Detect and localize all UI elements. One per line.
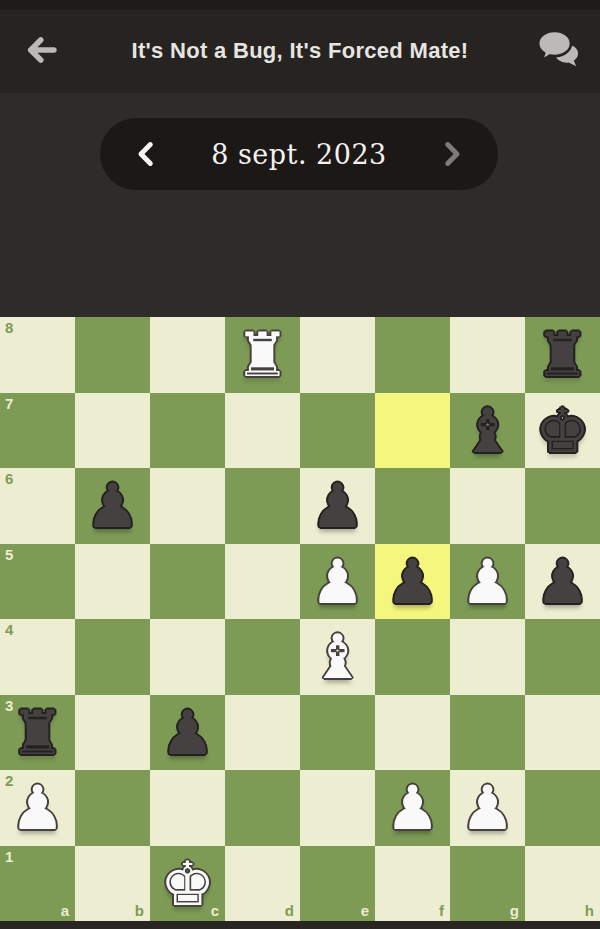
- square-c6[interactable]: [150, 468, 225, 544]
- piece-white-pawn-e5[interactable]: ♟: [300, 544, 375, 620]
- square-g5[interactable]: ♟: [450, 544, 525, 620]
- square-c3[interactable]: ♟: [150, 695, 225, 771]
- piece-white-rook-d8[interactable]: ♜: [225, 317, 300, 393]
- square-f6[interactable]: [375, 468, 450, 544]
- chevron-left-icon: [134, 141, 158, 167]
- square-e6[interactable]: ♟: [300, 468, 375, 544]
- square-h8[interactable]: ♜: [525, 317, 600, 393]
- square-c8[interactable]: [150, 317, 225, 393]
- back-button[interactable]: [16, 26, 64, 74]
- square-g4[interactable]: [450, 619, 525, 695]
- square-f1[interactable]: f: [375, 846, 450, 922]
- square-h1[interactable]: h: [525, 846, 600, 922]
- rank-label-1: 1: [5, 849, 13, 864]
- square-h6[interactable]: [525, 468, 600, 544]
- piece-black-bishop-g7[interactable]: ♝: [450, 393, 525, 469]
- rank-label-7: 7: [5, 396, 13, 411]
- square-g8[interactable]: [450, 317, 525, 393]
- square-b4[interactable]: [75, 619, 150, 695]
- rank-label-6: 6: [5, 471, 13, 486]
- page-title: It's Not a Bug, It's Forced Mate!: [132, 38, 469, 64]
- file-label-g: g: [510, 903, 519, 918]
- square-g2[interactable]: ♟: [450, 770, 525, 846]
- chevron-right-icon: [440, 141, 464, 167]
- square-e7[interactable]: [300, 393, 375, 469]
- back-arrow-icon: [21, 33, 59, 67]
- square-e5[interactable]: ♟: [300, 544, 375, 620]
- square-c4[interactable]: [150, 619, 225, 695]
- chess-board: 8♜♜7♝♚6♟♟5♟♟♟♟4♝3♜♟2♟♟♟1abc♚defgh: [0, 317, 600, 921]
- square-e1[interactable]: e: [300, 846, 375, 922]
- square-b8[interactable]: [75, 317, 150, 393]
- square-e2[interactable]: [300, 770, 375, 846]
- square-h3[interactable]: [525, 695, 600, 771]
- square-c7[interactable]: [150, 393, 225, 469]
- square-h2[interactable]: [525, 770, 600, 846]
- square-e3[interactable]: [300, 695, 375, 771]
- square-f5[interactable]: ♟: [375, 544, 450, 620]
- square-c1[interactable]: c♚: [150, 846, 225, 922]
- piece-black-pawn-e6[interactable]: ♟: [300, 468, 375, 544]
- square-b2[interactable]: [75, 770, 150, 846]
- square-b3[interactable]: [75, 695, 150, 771]
- square-a7[interactable]: 7: [0, 393, 75, 469]
- piece-black-pawn-f5[interactable]: ♟: [375, 544, 450, 620]
- square-f4[interactable]: [375, 619, 450, 695]
- file-label-b: b: [135, 903, 144, 918]
- square-h7[interactable]: ♚: [525, 393, 600, 469]
- piece-white-bishop-e4[interactable]: ♝: [300, 619, 375, 695]
- piece-white-king-c1[interactable]: ♚: [150, 846, 225, 922]
- square-h4[interactable]: [525, 619, 600, 695]
- square-a8[interactable]: 8: [0, 317, 75, 393]
- square-d1[interactable]: d: [225, 846, 300, 922]
- square-h5[interactable]: ♟: [525, 544, 600, 620]
- rank-label-4: 4: [5, 622, 13, 637]
- square-c2[interactable]: [150, 770, 225, 846]
- square-f8[interactable]: [375, 317, 450, 393]
- square-b6[interactable]: ♟: [75, 468, 150, 544]
- piece-white-pawn-a2[interactable]: ♟: [0, 770, 75, 846]
- square-b1[interactable]: b: [75, 846, 150, 922]
- square-d2[interactable]: [225, 770, 300, 846]
- piece-black-rook-a3[interactable]: ♜: [0, 695, 75, 771]
- piece-black-pawn-h5[interactable]: ♟: [525, 544, 600, 620]
- square-a1[interactable]: 1a: [0, 846, 75, 922]
- square-e4[interactable]: ♝: [300, 619, 375, 695]
- square-d5[interactable]: [225, 544, 300, 620]
- piece-black-rook-h8[interactable]: ♜: [525, 317, 600, 393]
- square-f2[interactable]: ♟: [375, 770, 450, 846]
- date-navigator: 8 sept. 2023: [100, 118, 498, 190]
- square-g3[interactable]: [450, 695, 525, 771]
- square-d3[interactable]: [225, 695, 300, 771]
- file-label-e: e: [361, 903, 369, 918]
- bottom-strip: [0, 921, 600, 929]
- piece-black-pawn-c3[interactable]: ♟: [150, 695, 225, 771]
- rank-label-5: 5: [5, 547, 13, 562]
- header-bar: It's Not a Bug, It's Forced Mate!: [0, 0, 600, 93]
- file-label-h: h: [585, 903, 594, 918]
- square-d8[interactable]: ♜: [225, 317, 300, 393]
- file-label-d: d: [285, 903, 294, 918]
- square-d7[interactable]: [225, 393, 300, 469]
- square-d6[interactable]: [225, 468, 300, 544]
- square-b5[interactable]: [75, 544, 150, 620]
- chat-bubbles-icon: [535, 28, 581, 70]
- next-day-button[interactable]: [434, 135, 470, 173]
- rank-label-8: 8: [5, 320, 13, 335]
- square-a6[interactable]: 6: [0, 468, 75, 544]
- square-f7[interactable]: [375, 393, 450, 469]
- status-strip: [0, 0, 600, 10]
- square-g7[interactable]: ♝: [450, 393, 525, 469]
- square-b7[interactable]: [75, 393, 150, 469]
- previous-day-button[interactable]: [128, 135, 164, 173]
- square-g1[interactable]: g: [450, 846, 525, 922]
- square-a4[interactable]: 4: [0, 619, 75, 695]
- square-a2[interactable]: 2♟: [0, 770, 75, 846]
- square-g6[interactable]: [450, 468, 525, 544]
- piece-white-pawn-g5[interactable]: ♟: [450, 544, 525, 620]
- square-f3[interactable]: [375, 695, 450, 771]
- piece-black-king-h7[interactable]: ♚: [525, 393, 600, 469]
- file-label-f: f: [439, 903, 444, 918]
- square-d4[interactable]: [225, 619, 300, 695]
- piece-white-pawn-f2[interactable]: ♟: [375, 770, 450, 846]
- square-a3[interactable]: 3♜: [0, 695, 75, 771]
- file-label-a: a: [61, 903, 69, 918]
- square-e8[interactable]: [300, 317, 375, 393]
- piece-white-pawn-g2[interactable]: ♟: [450, 770, 525, 846]
- square-c5[interactable]: [150, 544, 225, 620]
- chat-button[interactable]: [530, 22, 586, 76]
- piece-black-pawn-b6[interactable]: ♟: [75, 468, 150, 544]
- square-a5[interactable]: 5: [0, 544, 75, 620]
